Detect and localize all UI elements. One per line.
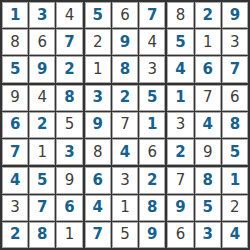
sudoku-cell-r6c1[interactable]: 7 — [2, 139, 28, 165]
sudoku-cell-r4c8[interactable]: 7 — [195, 85, 221, 111]
sudoku-cell-r9c2[interactable]: 8 — [29, 222, 55, 248]
sudoku-cell-r6c7[interactable]: 2 — [167, 139, 193, 165]
sudoku-cell-r3c3[interactable]: 2 — [56, 56, 82, 82]
sudoku-cell-r2c5[interactable]: 9 — [112, 29, 138, 55]
sudoku-cell-r3c8[interactable]: 6 — [195, 56, 221, 82]
sudoku-cell-r3c6[interactable]: 3 — [139, 56, 165, 82]
sudoku-box-6: 459376281 — [2, 167, 83, 248]
sudoku-cell-r6c3[interactable]: 3 — [56, 139, 82, 165]
sudoku-cell-r2c3[interactable]: 7 — [56, 29, 82, 55]
sudoku-cell-r1c6[interactable]: 7 — [139, 2, 165, 28]
sudoku-cell-r7c1[interactable]: 4 — [2, 167, 28, 193]
sudoku-cell-r4c7[interactable]: 1 — [167, 85, 193, 111]
sudoku-cell-r1c1[interactable]: 1 — [2, 2, 28, 28]
sudoku-cell-r5c2[interactable]: 2 — [29, 112, 55, 138]
sudoku-box-7: 632418759 — [85, 167, 166, 248]
sudoku-cell-r5c1[interactable]: 6 — [2, 112, 28, 138]
sudoku-cell-r7c9[interactable]: 1 — [222, 167, 248, 193]
sudoku-cell-r1c3[interactable]: 4 — [56, 2, 82, 28]
sudoku-cell-r6c5[interactable]: 4 — [112, 139, 138, 165]
sudoku-cell-r3c5[interactable]: 8 — [112, 56, 138, 82]
sudoku-cell-r7c3[interactable]: 9 — [56, 167, 82, 193]
sudoku-cell-r8c5[interactable]: 1 — [112, 195, 138, 221]
sudoku-cell-r5c6[interactable]: 1 — [139, 112, 165, 138]
sudoku-cell-r4c3[interactable]: 8 — [56, 85, 82, 111]
sudoku-cell-r2c1[interactable]: 8 — [2, 29, 28, 55]
sudoku-cell-r5c5[interactable]: 7 — [112, 112, 138, 138]
sudoku-cell-r4c2[interactable]: 4 — [29, 85, 55, 111]
sudoku-cell-r1c5[interactable]: 6 — [112, 2, 138, 28]
sudoku-cell-r5c8[interactable]: 4 — [195, 112, 221, 138]
sudoku-cell-r5c7[interactable]: 3 — [167, 112, 193, 138]
sudoku-cell-r8c9[interactable]: 2 — [222, 195, 248, 221]
sudoku-box-3: 948625713 — [2, 85, 83, 166]
sudoku-cell-r5c9[interactable]: 8 — [222, 112, 248, 138]
sudoku-cell-r3c2[interactable]: 9 — [29, 56, 55, 82]
sudoku-cell-r7c8[interactable]: 8 — [195, 167, 221, 193]
sudoku-board: 1348675925672941838295134679486257133259… — [0, 0, 250, 250]
sudoku-cell-r2c4[interactable]: 2 — [85, 29, 111, 55]
sudoku-cell-r9c3[interactable]: 1 — [56, 222, 82, 248]
sudoku-cell-r2c8[interactable]: 1 — [195, 29, 221, 55]
sudoku-cell-r6c9[interactable]: 5 — [222, 139, 248, 165]
sudoku-cell-r3c9[interactable]: 7 — [222, 56, 248, 82]
sudoku-cell-r5c4[interactable]: 9 — [85, 112, 111, 138]
sudoku-cell-r6c2[interactable]: 1 — [29, 139, 55, 165]
sudoku-cell-r7c2[interactable]: 5 — [29, 167, 55, 193]
sudoku-cell-r4c4[interactable]: 3 — [85, 85, 111, 111]
sudoku-cell-r6c4[interactable]: 8 — [85, 139, 111, 165]
sudoku-cell-r1c2[interactable]: 3 — [29, 2, 55, 28]
sudoku-cell-r1c9[interactable]: 9 — [222, 2, 248, 28]
sudoku-box-0: 134867592 — [2, 2, 83, 83]
sudoku-cell-r7c5[interactable]: 3 — [112, 167, 138, 193]
sudoku-cell-r6c8[interactable]: 9 — [195, 139, 221, 165]
sudoku-cell-r8c3[interactable]: 6 — [56, 195, 82, 221]
sudoku-cell-r2c2[interactable]: 6 — [29, 29, 55, 55]
sudoku-cell-r4c1[interactable]: 9 — [2, 85, 28, 111]
sudoku-cell-r9c4[interactable]: 7 — [85, 222, 111, 248]
sudoku-cell-r4c5[interactable]: 2 — [112, 85, 138, 111]
sudoku-cell-r4c6[interactable]: 5 — [139, 85, 165, 111]
sudoku-cell-r7c6[interactable]: 2 — [139, 167, 165, 193]
sudoku-cell-r3c7[interactable]: 4 — [167, 56, 193, 82]
sudoku-cell-r1c4[interactable]: 5 — [85, 2, 111, 28]
sudoku-box-4: 325971846 — [85, 85, 166, 166]
sudoku-cell-r9c7[interactable]: 6 — [167, 222, 193, 248]
sudoku-cell-r8c7[interactable]: 9 — [167, 195, 193, 221]
sudoku-box-5: 176348295 — [167, 85, 248, 166]
sudoku-cell-r3c1[interactable]: 5 — [2, 56, 28, 82]
sudoku-cell-r2c9[interactable]: 3 — [222, 29, 248, 55]
sudoku-cell-r8c6[interactable]: 8 — [139, 195, 165, 221]
sudoku-cell-r9c6[interactable]: 9 — [139, 222, 165, 248]
sudoku-cell-r4c9[interactable]: 6 — [222, 85, 248, 111]
sudoku-cell-r9c9[interactable]: 4 — [222, 222, 248, 248]
sudoku-cell-r9c8[interactable]: 3 — [195, 222, 221, 248]
sudoku-cell-r2c7[interactable]: 5 — [167, 29, 193, 55]
sudoku-cell-r5c3[interactable]: 5 — [56, 112, 82, 138]
sudoku-cell-r7c4[interactable]: 6 — [85, 167, 111, 193]
sudoku-cell-r6c6[interactable]: 6 — [139, 139, 165, 165]
sudoku-box-8: 781952634 — [167, 167, 248, 248]
sudoku-cell-r8c2[interactable]: 7 — [29, 195, 55, 221]
sudoku-cell-r9c1[interactable]: 2 — [2, 222, 28, 248]
sudoku-box-2: 829513467 — [167, 2, 248, 83]
sudoku-cell-r2c6[interactable]: 4 — [139, 29, 165, 55]
sudoku-cell-r8c8[interactable]: 5 — [195, 195, 221, 221]
sudoku-cell-r9c5[interactable]: 5 — [112, 222, 138, 248]
sudoku-cell-r1c7[interactable]: 8 — [167, 2, 193, 28]
sudoku-cell-r8c1[interactable]: 3 — [2, 195, 28, 221]
sudoku-box-1: 567294183 — [85, 2, 166, 83]
sudoku-cell-r1c8[interactable]: 2 — [195, 2, 221, 28]
sudoku-cell-r3c4[interactable]: 1 — [85, 56, 111, 82]
sudoku-cell-r8c4[interactable]: 4 — [85, 195, 111, 221]
sudoku-cell-r7c7[interactable]: 7 — [167, 167, 193, 193]
